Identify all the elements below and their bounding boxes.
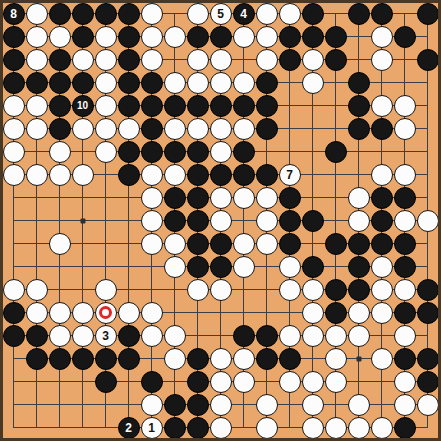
- white-stone: [417, 210, 439, 232]
- black-stone: [279, 26, 301, 48]
- white-stone: [279, 279, 301, 301]
- black-stone: [187, 95, 209, 117]
- white-stone: [371, 26, 393, 48]
- white-stone: [371, 164, 393, 186]
- white-stone: [187, 279, 209, 301]
- move-number-label: 3: [102, 330, 109, 342]
- white-stone: [348, 210, 370, 232]
- black-stone: [325, 49, 347, 71]
- white-stone: [3, 141, 25, 163]
- white-stone: [95, 279, 117, 301]
- white-stone: [49, 233, 71, 255]
- white-stone: [394, 279, 416, 301]
- black-stone: [164, 95, 186, 117]
- white-stone: [302, 394, 324, 416]
- white-stone: [3, 279, 25, 301]
- black-stone: [210, 26, 232, 48]
- black-stone: [348, 3, 370, 25]
- white-stone: [325, 417, 347, 439]
- black-stone: 10: [72, 95, 94, 117]
- black-stone: [394, 256, 416, 278]
- white-stone: [26, 26, 48, 48]
- black-stone: [348, 72, 370, 94]
- black-stone: [417, 371, 439, 393]
- black-stone: [49, 3, 71, 25]
- black-stone: [164, 417, 186, 439]
- white-stone: [187, 3, 209, 25]
- white-stone: [72, 49, 94, 71]
- white-stone: [164, 164, 186, 186]
- black-stone: [302, 26, 324, 48]
- star-point: [80, 218, 85, 223]
- white-stone: [302, 302, 324, 324]
- white-stone: [210, 72, 232, 94]
- white-stone: [164, 72, 186, 94]
- white-stone: [371, 279, 393, 301]
- black-stone: [371, 3, 393, 25]
- black-stone: [118, 49, 140, 71]
- black-stone: [187, 371, 209, 393]
- white-stone: [371, 302, 393, 324]
- white-stone: [141, 210, 163, 232]
- black-stone: [141, 118, 163, 140]
- black-stone: [49, 348, 71, 370]
- black-stone: [210, 95, 232, 117]
- white-stone: [302, 325, 324, 347]
- white-stone: [26, 279, 48, 301]
- white-stone: [49, 141, 71, 163]
- white-stone: [371, 256, 393, 278]
- white-stone: [26, 164, 48, 186]
- white-stone: [118, 302, 140, 324]
- white-stone: [348, 302, 370, 324]
- black-stone: [118, 26, 140, 48]
- white-stone: [141, 233, 163, 255]
- white-stone: [49, 164, 71, 186]
- white-stone: [256, 233, 278, 255]
- black-stone: [233, 164, 255, 186]
- white-stone: [164, 348, 186, 370]
- white-stone: [187, 49, 209, 71]
- white-stone: [141, 26, 163, 48]
- white-stone: [210, 348, 232, 370]
- black-stone: [164, 141, 186, 163]
- black-stone: [302, 210, 324, 232]
- white-stone: [256, 417, 278, 439]
- white-stone: [302, 279, 324, 301]
- white-stone: 1: [141, 417, 163, 439]
- move-number-label: 8: [10, 8, 17, 20]
- black-stone: [164, 394, 186, 416]
- black-stone: [394, 302, 416, 324]
- black-stone: [72, 3, 94, 25]
- black-stone: 4: [233, 3, 255, 25]
- white-stone: [394, 210, 416, 232]
- white-stone: [233, 72, 255, 94]
- white-stone: [49, 325, 71, 347]
- black-stone: [210, 256, 232, 278]
- white-stone: [348, 187, 370, 209]
- black-stone: [325, 26, 347, 48]
- black-stone: [256, 164, 278, 186]
- white-stone: [72, 118, 94, 140]
- move-number-label: 10: [77, 101, 88, 111]
- white-stone: [233, 256, 255, 278]
- white-stone: [141, 187, 163, 209]
- black-stone: [3, 72, 25, 94]
- black-stone: [141, 72, 163, 94]
- white-stone: [49, 26, 71, 48]
- black-stone: [187, 348, 209, 370]
- black-stone: [26, 348, 48, 370]
- white-stone: [187, 118, 209, 140]
- black-stone: [325, 233, 347, 255]
- black-stone: [279, 233, 301, 255]
- black-stone: [302, 3, 324, 25]
- white-stone: [371, 348, 393, 370]
- black-stone: [141, 95, 163, 117]
- star-point: [356, 356, 361, 361]
- white-stone: [256, 3, 278, 25]
- white-stone: [302, 49, 324, 71]
- black-stone: [72, 72, 94, 94]
- black-stone: [325, 302, 347, 324]
- white-stone: 7: [279, 164, 301, 186]
- white-stone: [371, 417, 393, 439]
- white-stone: [95, 49, 117, 71]
- white-stone: [394, 95, 416, 117]
- black-stone: [95, 3, 117, 25]
- white-stone: [210, 210, 232, 232]
- white-stone: [141, 49, 163, 71]
- white-stone: [256, 210, 278, 232]
- white-stone: [95, 141, 117, 163]
- white-stone: [210, 187, 232, 209]
- black-stone: [348, 256, 370, 278]
- black-stone: [187, 256, 209, 278]
- black-stone: [187, 141, 209, 163]
- black-stone: [141, 371, 163, 393]
- white-stone: [141, 394, 163, 416]
- white-stone: [256, 187, 278, 209]
- white-stone: [164, 233, 186, 255]
- black-stone: [371, 118, 393, 140]
- white-stone: [256, 26, 278, 48]
- white-stone: [256, 49, 278, 71]
- black-stone: [325, 279, 347, 301]
- black-stone: 8: [3, 3, 25, 25]
- black-stone: [417, 279, 439, 301]
- white-stone: [118, 118, 140, 140]
- move-number-label: 4: [240, 8, 247, 20]
- white-stone: [72, 302, 94, 324]
- black-stone: [233, 141, 255, 163]
- white-stone: [95, 118, 117, 140]
- black-stone: [394, 233, 416, 255]
- white-stone: [141, 325, 163, 347]
- black-stone: [279, 348, 301, 370]
- black-stone: [118, 325, 140, 347]
- black-stone: [233, 95, 255, 117]
- black-stone: [348, 233, 370, 255]
- black-stone: [371, 233, 393, 255]
- black-stone: [417, 348, 439, 370]
- black-stone: [279, 49, 301, 71]
- white-stone: [233, 118, 255, 140]
- black-stone: [95, 348, 117, 370]
- black-stone: [164, 210, 186, 232]
- black-stone: [26, 325, 48, 347]
- black-stone: [3, 26, 25, 48]
- white-stone: [394, 325, 416, 347]
- black-stone: [118, 72, 140, 94]
- white-stone: [348, 325, 370, 347]
- black-stone: [49, 118, 71, 140]
- white-stone: [141, 3, 163, 25]
- white-stone: [233, 26, 255, 48]
- black-stone: [3, 325, 25, 347]
- black-stone: [348, 95, 370, 117]
- white-stone: [210, 118, 232, 140]
- black-stone: [187, 164, 209, 186]
- black-stone: [348, 118, 370, 140]
- white-stone: [164, 325, 186, 347]
- go-diagram: 854107321: [0, 0, 441, 441]
- white-stone: [394, 371, 416, 393]
- black-stone: [256, 95, 278, 117]
- black-stone: [49, 72, 71, 94]
- white-stone: [95, 72, 117, 94]
- white-stone: [210, 371, 232, 393]
- white-stone: [417, 394, 439, 416]
- move-number-label: 5: [217, 8, 224, 20]
- black-stone: [49, 95, 71, 117]
- black-stone: [233, 325, 255, 347]
- black-stone: [279, 187, 301, 209]
- black-stone: [210, 164, 232, 186]
- white-stone: [348, 394, 370, 416]
- black-stone: [325, 141, 347, 163]
- white-stone: [302, 417, 324, 439]
- black-stone: [394, 348, 416, 370]
- white-stone: [394, 164, 416, 186]
- white-stone: [26, 49, 48, 71]
- white-stone: [256, 394, 278, 416]
- black-stone: [394, 417, 416, 439]
- white-stone: [233, 348, 255, 370]
- black-stone: [118, 141, 140, 163]
- white-stone: [394, 118, 416, 140]
- white-stone: 3: [95, 325, 117, 347]
- white-stone: [26, 95, 48, 117]
- white-stone: [348, 417, 370, 439]
- white-stone: [394, 394, 416, 416]
- black-stone: [187, 417, 209, 439]
- move-number-label: 2: [125, 422, 132, 434]
- white-stone: [72, 325, 94, 347]
- white-stone: [279, 325, 301, 347]
- black-stone: [118, 348, 140, 370]
- white-stone: [95, 26, 117, 48]
- white-stone: [279, 3, 301, 25]
- white-stone: [3, 164, 25, 186]
- black-stone: [118, 164, 140, 186]
- black-stone: [348, 279, 370, 301]
- black-stone: [72, 348, 94, 370]
- move-number-label: 1: [148, 422, 155, 434]
- white-stone: [164, 118, 186, 140]
- black-stone: [3, 302, 25, 324]
- white-stone: [210, 279, 232, 301]
- black-stone: [118, 3, 140, 25]
- black-stone: [256, 348, 278, 370]
- black-stone: [256, 118, 278, 140]
- white-stone: [371, 95, 393, 117]
- black-stone: [256, 72, 278, 94]
- white-stone: [49, 302, 71, 324]
- white-stone: [164, 26, 186, 48]
- black-stone: [49, 49, 71, 71]
- black-stone: [371, 187, 393, 209]
- white-stone: [141, 164, 163, 186]
- black-stone: [394, 187, 416, 209]
- white-stone: 5: [210, 3, 232, 25]
- white-stone: [95, 95, 117, 117]
- white-stone: [3, 118, 25, 140]
- black-stone: [187, 26, 209, 48]
- black-stone: [371, 210, 393, 232]
- black-stone: [187, 233, 209, 255]
- white-stone: [26, 118, 48, 140]
- black-stone: [3, 49, 25, 71]
- black-stone: [164, 187, 186, 209]
- black-stone: [141, 141, 163, 163]
- white-stone: [141, 302, 163, 324]
- black-stone: [417, 302, 439, 324]
- circle-marker: [99, 306, 112, 319]
- black-stone: [394, 26, 416, 48]
- black-stone: [187, 210, 209, 232]
- white-stone: [371, 49, 393, 71]
- white-stone: [187, 72, 209, 94]
- white-stone: [72, 164, 94, 186]
- black-stone: [417, 3, 439, 25]
- white-stone: [279, 256, 301, 278]
- white-stone: [302, 371, 324, 393]
- black-stone: [417, 49, 439, 71]
- white-stone: [325, 348, 347, 370]
- black-stone: [72, 26, 94, 48]
- white-stone: [26, 3, 48, 25]
- black-stone: 2: [118, 417, 140, 439]
- black-stone: [210, 233, 232, 255]
- move-number-label: 7: [286, 169, 293, 181]
- white-stone: [164, 256, 186, 278]
- black-stone: [279, 210, 301, 232]
- white-stone: [210, 141, 232, 163]
- white-stone: [3, 95, 25, 117]
- white-stone: [279, 371, 301, 393]
- go-board[interactable]: 854107321: [0, 0, 441, 441]
- white-stone: [302, 72, 324, 94]
- white-stone: [325, 371, 347, 393]
- black-stone: [187, 394, 209, 416]
- white-stone: [26, 302, 48, 324]
- black-stone: [26, 72, 48, 94]
- black-stone: [302, 256, 324, 278]
- white-stone: [210, 417, 232, 439]
- white-stone: [325, 325, 347, 347]
- white-stone: [210, 49, 232, 71]
- white-stone: [210, 394, 232, 416]
- white-stone: [233, 187, 255, 209]
- black-stone: [256, 325, 278, 347]
- black-stone: [118, 95, 140, 117]
- white-stone: [95, 302, 117, 324]
- white-stone: [233, 371, 255, 393]
- black-stone: [95, 371, 117, 393]
- black-stone: [187, 187, 209, 209]
- white-stone: [233, 233, 255, 255]
